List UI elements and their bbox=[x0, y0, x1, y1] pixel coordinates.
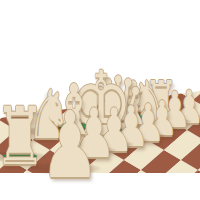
white-pawn-h2: ♟ bbox=[40, 100, 99, 192]
chess-set-product-photo: ♜♞♝♛♚♝♞♜♟♟♟♟♟♟♟♟ bbox=[0, 0, 200, 200]
pieces-layer: ♜♞♝♛♚♝♞♜♟♟♟♟♟♟♟♟ bbox=[0, 0, 200, 200]
